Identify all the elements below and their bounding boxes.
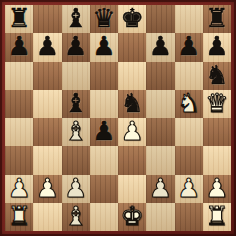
square-a5[interactable] — [5, 90, 33, 118]
black-knight-e5: ♞ — [120, 90, 143, 116]
white-pawn-g2: ♟ — [177, 175, 200, 201]
square-f3[interactable] — [146, 146, 174, 174]
square-f1[interactable] — [146, 203, 174, 231]
square-h1[interactable]: ♜ — [203, 203, 231, 231]
square-e8[interactable]: ♚ — [118, 5, 146, 33]
black-rook-h8: ♜ — [205, 5, 228, 31]
black-bishop-c8: ♝ — [64, 5, 87, 31]
black-pawn-d4: ♟ — [92, 118, 115, 144]
square-d4[interactable]: ♟ — [90, 118, 118, 146]
square-f4[interactable] — [146, 118, 174, 146]
square-b4[interactable] — [33, 118, 61, 146]
black-pawn-a7: ♟ — [7, 33, 30, 59]
square-g7[interactable]: ♟ — [175, 33, 203, 61]
black-pawn-d7: ♟ — [92, 33, 115, 59]
square-h5[interactable]: ♛ — [203, 90, 231, 118]
square-c1[interactable]: ♝ — [62, 203, 90, 231]
chess-board: ♜♝♛♚♜♟♟♟♟♟♟♟♞♝♞♞♛♝♟♟♟♟♟♟♟♟♜♝♚♜ — [5, 5, 231, 231]
square-h4[interactable] — [203, 118, 231, 146]
square-e2[interactable] — [118, 175, 146, 203]
white-knight-g5: ♞ — [177, 90, 200, 116]
square-h7[interactable]: ♟ — [203, 33, 231, 61]
white-king-e1: ♚ — [120, 203, 143, 229]
square-g6[interactable] — [175, 62, 203, 90]
black-bishop-c5: ♝ — [64, 90, 87, 116]
square-g5[interactable]: ♞ — [175, 90, 203, 118]
square-g2[interactable]: ♟ — [175, 175, 203, 203]
square-h8[interactable]: ♜ — [203, 5, 231, 33]
black-pawn-h7: ♟ — [205, 33, 228, 59]
black-king-e8: ♚ — [120, 5, 143, 31]
square-d3[interactable] — [90, 146, 118, 174]
square-c6[interactable] — [62, 62, 90, 90]
square-e4[interactable]: ♟ — [118, 118, 146, 146]
white-pawn-c2: ♟ — [64, 175, 87, 201]
square-e5[interactable]: ♞ — [118, 90, 146, 118]
square-h2[interactable]: ♟ — [203, 175, 231, 203]
square-c7[interactable]: ♟ — [62, 33, 90, 61]
square-e1[interactable]: ♚ — [118, 203, 146, 231]
white-bishop-c4: ♝ — [64, 118, 87, 144]
square-a7[interactable]: ♟ — [5, 33, 33, 61]
square-b3[interactable] — [33, 146, 61, 174]
square-a3[interactable] — [5, 146, 33, 174]
square-d5[interactable] — [90, 90, 118, 118]
white-pawn-e4: ♟ — [120, 118, 143, 144]
square-b2[interactable]: ♟ — [33, 175, 61, 203]
black-pawn-c7: ♟ — [64, 33, 87, 59]
black-queen-d8: ♛ — [92, 5, 115, 31]
black-pawn-g7: ♟ — [177, 33, 200, 59]
square-g1[interactable] — [175, 203, 203, 231]
square-a1[interactable]: ♜ — [5, 203, 33, 231]
square-a4[interactable] — [5, 118, 33, 146]
square-e3[interactable] — [118, 146, 146, 174]
square-c8[interactable]: ♝ — [62, 5, 90, 33]
square-d1[interactable] — [90, 203, 118, 231]
square-b6[interactable] — [33, 62, 61, 90]
white-pawn-f2: ♟ — [149, 175, 172, 201]
square-c3[interactable] — [62, 146, 90, 174]
square-f6[interactable] — [146, 62, 174, 90]
square-h3[interactable] — [203, 146, 231, 174]
square-f5[interactable] — [146, 90, 174, 118]
square-b7[interactable]: ♟ — [33, 33, 61, 61]
square-d2[interactable] — [90, 175, 118, 203]
square-a2[interactable]: ♟ — [5, 175, 33, 203]
chess-board-frame: ♜♝♛♚♜♟♟♟♟♟♟♟♞♝♞♞♛♝♟♟♟♟♟♟♟♟♜♝♚♜ — [0, 0, 236, 236]
square-f2[interactable]: ♟ — [146, 175, 174, 203]
white-pawn-b2: ♟ — [36, 175, 59, 201]
square-c5[interactable]: ♝ — [62, 90, 90, 118]
black-knight-h6: ♞ — [205, 62, 228, 88]
square-g8[interactable] — [175, 5, 203, 33]
square-c2[interactable]: ♟ — [62, 175, 90, 203]
square-g3[interactable] — [175, 146, 203, 174]
square-e7[interactable] — [118, 33, 146, 61]
white-pawn-a2: ♟ — [7, 175, 30, 201]
black-pawn-b7: ♟ — [36, 33, 59, 59]
square-h6[interactable]: ♞ — [203, 62, 231, 90]
white-queen-h5: ♛ — [205, 90, 228, 116]
square-b5[interactable] — [33, 90, 61, 118]
square-g4[interactable] — [175, 118, 203, 146]
square-a6[interactable] — [5, 62, 33, 90]
square-f7[interactable]: ♟ — [146, 33, 174, 61]
square-c4[interactable]: ♝ — [62, 118, 90, 146]
black-rook-a8: ♜ — [7, 5, 30, 31]
square-d8[interactable]: ♛ — [90, 5, 118, 33]
square-b8[interactable] — [33, 5, 61, 33]
square-d6[interactable] — [90, 62, 118, 90]
white-rook-a1: ♜ — [7, 203, 30, 229]
white-bishop-c1: ♝ — [64, 203, 87, 229]
square-e6[interactable] — [118, 62, 146, 90]
black-pawn-f7: ♟ — [149, 33, 172, 59]
square-f8[interactable] — [146, 5, 174, 33]
square-b1[interactable] — [33, 203, 61, 231]
square-d7[interactable]: ♟ — [90, 33, 118, 61]
white-pawn-h2: ♟ — [205, 175, 228, 201]
white-rook-h1: ♜ — [205, 203, 228, 229]
square-a8[interactable]: ♜ — [5, 5, 33, 33]
